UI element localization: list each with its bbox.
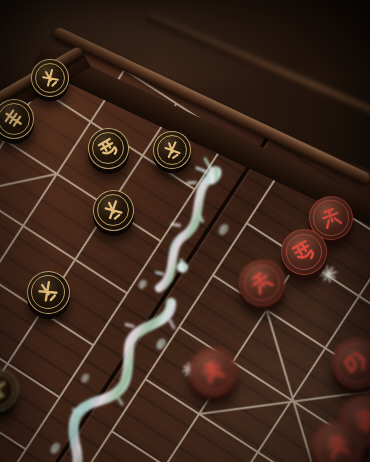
piece-face bbox=[239, 260, 285, 306]
piece-character-icon bbox=[0, 378, 9, 402]
piece-face bbox=[312, 421, 364, 462]
piece-red-soldier[interactable] bbox=[189, 348, 237, 396]
piece-character-icon bbox=[97, 194, 128, 225]
piece-black-soldier[interactable] bbox=[153, 131, 191, 169]
piece-black-chariot[interactable] bbox=[0, 99, 34, 139]
piece-face bbox=[281, 229, 327, 275]
piece-face bbox=[27, 271, 70, 314]
piece-character-icon bbox=[35, 63, 64, 92]
piece-face bbox=[153, 131, 191, 169]
piece-character-icon bbox=[320, 429, 356, 462]
piece-character-icon bbox=[92, 132, 123, 163]
piece-character-icon bbox=[286, 234, 322, 270]
piece-face bbox=[93, 190, 134, 231]
piece-black-soldier[interactable] bbox=[93, 190, 134, 231]
piece-red-cannon[interactable] bbox=[332, 338, 370, 388]
piece-red-soldier[interactable] bbox=[312, 421, 364, 462]
piece-face bbox=[189, 348, 237, 396]
piece-face bbox=[31, 59, 69, 97]
piece-black-soldier[interactable] bbox=[31, 59, 69, 97]
piece-character-icon bbox=[338, 344, 370, 382]
piece-character-icon bbox=[31, 275, 65, 309]
piece-black-soldier[interactable] bbox=[27, 271, 70, 314]
piece-black-horse[interactable] bbox=[88, 128, 129, 169]
piece-red-horse[interactable] bbox=[281, 229, 327, 275]
piece-black-soldier[interactable] bbox=[0, 369, 18, 411]
piece-character-icon bbox=[0, 104, 29, 135]
piece-character-icon bbox=[195, 354, 231, 390]
piece-character-icon bbox=[244, 265, 280, 301]
piece-face bbox=[88, 128, 129, 169]
piece-character-icon bbox=[158, 136, 186, 164]
xiangqi-board-photo bbox=[0, 0, 370, 462]
piece-red-soldier[interactable] bbox=[239, 260, 285, 306]
